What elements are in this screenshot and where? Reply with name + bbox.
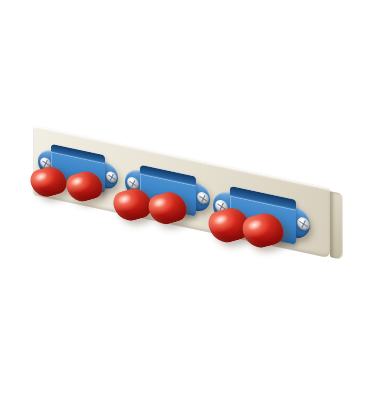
- photo-caption: Overhead-angle product photo of a beige …: [0, 0, 1, 1]
- adapter-body-top-face: [230, 186, 296, 211]
- adapter-body-top-face: [51, 144, 105, 164]
- product-photo: Overhead-angle product photo of a beige …: [0, 0, 370, 400]
- duplex-adapter-center: [123, 161, 211, 240]
- duplex-adapter-right: [211, 182, 313, 268]
- duplex-adapter-left: [33, 140, 119, 218]
- faceplate-side-edge: [330, 191, 343, 260]
- adapter-body-top-face: [140, 165, 196, 187]
- adapter-faceplate: [33, 125, 330, 258]
